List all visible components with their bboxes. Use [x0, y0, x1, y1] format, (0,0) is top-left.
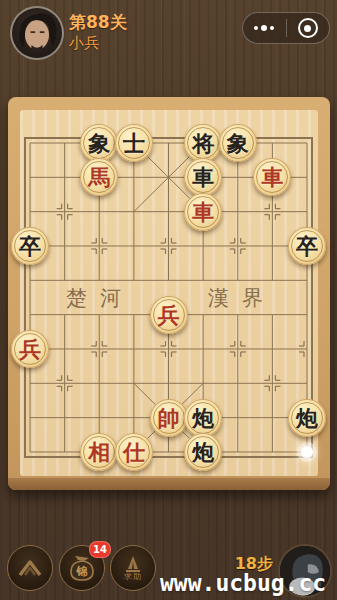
piece-black-象[interactable]: 象: [219, 124, 257, 162]
piece-black-炮[interactable]: 炮: [184, 399, 222, 437]
top-bar: 第88关 小兵: [0, 0, 337, 60]
exit-button[interactable]: [287, 13, 330, 43]
more-button[interactable]: [243, 13, 286, 43]
hint-bag-button[interactable]: 锦 14: [59, 545, 105, 591]
river-text-right: 漢界: [208, 284, 276, 312]
player-name: 小兵: [69, 34, 99, 53]
wechat-capsule: [242, 12, 330, 44]
piece-red-仕[interactable]: 仕: [115, 433, 153, 471]
more-dots-icon: [254, 25, 274, 31]
money-bag-icon: 锦: [67, 553, 97, 583]
move-highlight-dot[interactable]: [301, 446, 313, 458]
piece-red-車[interactable]: 車: [184, 193, 222, 231]
river-text-left: 楚河: [66, 284, 134, 312]
help-button[interactable]: 求助: [110, 545, 156, 591]
help-button-label: 求助: [124, 571, 142, 582]
piece-black-卒[interactable]: 卒: [288, 227, 326, 265]
piece-black-卒[interactable]: 卒: [11, 227, 49, 265]
piece-red-帥[interactable]: 帥: [150, 399, 188, 437]
piece-red-相[interactable]: 相: [80, 433, 118, 471]
avatar-face-icon: [12, 8, 62, 58]
piece-black-炮[interactable]: 炮: [288, 399, 326, 437]
bag-character: 锦: [76, 565, 88, 578]
piece-red-兵[interactable]: 兵: [11, 330, 49, 368]
exit-circle-icon: [298, 18, 318, 38]
piece-black-象[interactable]: 象: [80, 124, 118, 162]
player-avatar: [10, 6, 64, 60]
watermark: www.ucbug.cc: [160, 570, 326, 596]
piece-black-士[interactable]: 士: [115, 124, 153, 162]
piece-black-将[interactable]: 将: [184, 124, 222, 162]
piece-black-炮[interactable]: 炮: [184, 433, 222, 471]
hint-count-badge: 14: [89, 541, 111, 558]
menu-collapse-button[interactable]: [7, 545, 53, 591]
xiangqi-board[interactable]: 楚河 漢界 象士将象馬車車車卒卒兵兵帥炮炮相仕炮: [8, 97, 330, 490]
level-title: 第88关: [69, 11, 127, 34]
piece-red-兵[interactable]: 兵: [150, 296, 188, 334]
chevron-up-icon: [17, 558, 43, 578]
